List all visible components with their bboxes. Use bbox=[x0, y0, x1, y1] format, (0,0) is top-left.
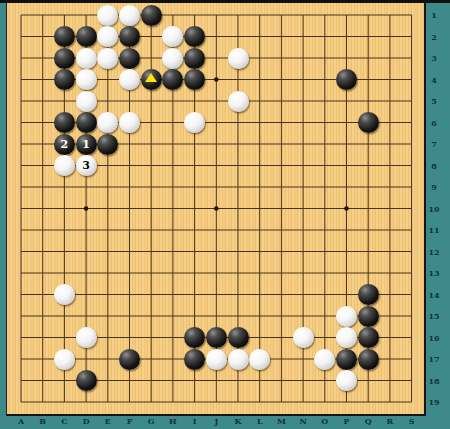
black-stone-I17[interactable] bbox=[184, 349, 205, 370]
white-stone-O17[interactable] bbox=[314, 349, 335, 370]
black-stone-G4[interactable] bbox=[141, 69, 162, 90]
white-stone-E1[interactable] bbox=[97, 5, 118, 26]
white-stone-P16[interactable] bbox=[336, 327, 357, 348]
white-stone-P18[interactable] bbox=[336, 370, 357, 391]
go-app-window: 213 ABCDEFGHIJKLMNOPQRS 1234567891011121… bbox=[0, 0, 450, 429]
black-stone-K16[interactable] bbox=[228, 327, 249, 348]
black-stone-C4[interactable] bbox=[54, 69, 75, 90]
white-stone-P15[interactable] bbox=[336, 306, 357, 327]
column-label-J: J bbox=[214, 416, 218, 426]
column-label-P: P bbox=[343, 416, 349, 426]
column-label-O: O bbox=[321, 416, 328, 426]
white-stone-C8[interactable] bbox=[54, 155, 75, 176]
black-stone-D7[interactable]: 1 bbox=[76, 134, 97, 155]
row-label-9: 9 bbox=[431, 182, 437, 192]
row-label-16: 16 bbox=[428, 333, 439, 343]
black-stone-J16[interactable] bbox=[206, 327, 227, 348]
black-stone-C6[interactable] bbox=[54, 112, 75, 133]
white-stone-F4[interactable] bbox=[119, 69, 140, 90]
column-label-E: E bbox=[105, 416, 111, 426]
black-stone-I2[interactable] bbox=[184, 26, 205, 47]
white-stone-C17[interactable] bbox=[54, 349, 75, 370]
white-stone-L17[interactable] bbox=[249, 349, 270, 370]
white-stone-J17[interactable] bbox=[206, 349, 227, 370]
row-label-14: 14 bbox=[428, 290, 439, 300]
column-label-A: A bbox=[18, 416, 24, 426]
white-stone-F6[interactable] bbox=[119, 112, 140, 133]
row-label-19: 19 bbox=[428, 397, 439, 407]
black-stone-Q17[interactable] bbox=[358, 349, 379, 370]
black-stone-I4[interactable] bbox=[184, 69, 205, 90]
column-label-I: I bbox=[193, 416, 197, 426]
white-stone-D8[interactable]: 3 bbox=[76, 155, 97, 176]
black-stone-Q6[interactable] bbox=[358, 112, 379, 133]
white-stone-D16[interactable] bbox=[76, 327, 97, 348]
row-label-2: 2 bbox=[431, 32, 437, 42]
white-stone-E3[interactable] bbox=[97, 48, 118, 69]
black-stone-C2[interactable] bbox=[54, 26, 75, 47]
black-stone-C3[interactable] bbox=[54, 48, 75, 69]
black-stone-D18[interactable] bbox=[76, 370, 97, 391]
black-stone-C7[interactable]: 2 bbox=[54, 134, 75, 155]
row-label-5: 5 bbox=[431, 96, 437, 106]
column-label-M: M bbox=[277, 416, 286, 426]
black-stone-G1[interactable] bbox=[141, 5, 162, 26]
black-stone-Q14[interactable] bbox=[358, 284, 379, 305]
row-label-6: 6 bbox=[431, 118, 437, 128]
row-label-11: 11 bbox=[428, 225, 439, 235]
black-stone-F3[interactable] bbox=[119, 48, 140, 69]
row-label-17: 17 bbox=[428, 354, 439, 364]
row-label-4: 4 bbox=[431, 75, 437, 85]
column-label-G: G bbox=[148, 416, 155, 426]
black-stone-I16[interactable] bbox=[184, 327, 205, 348]
column-label-R: R bbox=[387, 416, 394, 426]
row-label-15: 15 bbox=[428, 311, 439, 321]
column-label-C: C bbox=[61, 416, 67, 426]
column-label-N: N bbox=[299, 416, 306, 426]
white-stone-I6[interactable] bbox=[184, 112, 205, 133]
go-board[interactable]: 213 bbox=[6, 3, 426, 416]
black-stone-F2[interactable] bbox=[119, 26, 140, 47]
move-number-3: 3 bbox=[76, 155, 97, 176]
white-stone-C14[interactable] bbox=[54, 284, 75, 305]
white-stone-N16[interactable] bbox=[293, 327, 314, 348]
column-label-H: H bbox=[169, 416, 177, 426]
row-label-13: 13 bbox=[428, 268, 439, 278]
column-label-Q: Q bbox=[365, 416, 372, 426]
row-label-10: 10 bbox=[428, 204, 439, 214]
row-label-1: 1 bbox=[431, 10, 437, 20]
black-stone-E7[interactable] bbox=[97, 134, 118, 155]
column-label-L: L bbox=[257, 416, 263, 426]
column-label-B: B bbox=[39, 416, 46, 426]
column-label-F: F bbox=[127, 416, 133, 426]
black-stone-F17[interactable] bbox=[119, 349, 140, 370]
white-stone-K3[interactable] bbox=[228, 48, 249, 69]
move-number-1: 1 bbox=[76, 134, 97, 155]
column-label-D: D bbox=[83, 416, 90, 426]
column-label-K: K bbox=[235, 416, 242, 426]
white-stone-D5[interactable] bbox=[76, 91, 97, 112]
black-stone-D6[interactable] bbox=[76, 112, 97, 133]
black-stone-D2[interactable] bbox=[76, 26, 97, 47]
row-label-18: 18 bbox=[428, 376, 439, 386]
row-label-12: 12 bbox=[428, 247, 439, 257]
black-stone-Q16[interactable] bbox=[358, 327, 379, 348]
black-stone-P17[interactable] bbox=[336, 349, 357, 370]
white-stone-H3[interactable] bbox=[162, 48, 183, 69]
white-stone-F1[interactable] bbox=[119, 5, 140, 26]
black-stone-I3[interactable] bbox=[184, 48, 205, 69]
black-stone-Q15[interactable] bbox=[358, 306, 379, 327]
white-stone-K17[interactable] bbox=[228, 349, 249, 370]
row-label-8: 8 bbox=[431, 161, 437, 171]
triangle-marker-icon bbox=[145, 73, 157, 82]
white-stone-D4[interactable] bbox=[76, 69, 97, 90]
move-number-2: 2 bbox=[54, 134, 75, 155]
row-label-3: 3 bbox=[431, 53, 437, 63]
white-stone-K5[interactable] bbox=[228, 91, 249, 112]
black-stone-P4[interactable] bbox=[336, 69, 357, 90]
column-label-S: S bbox=[409, 416, 415, 426]
row-label-7: 7 bbox=[431, 139, 437, 149]
white-stone-D3[interactable] bbox=[76, 48, 97, 69]
